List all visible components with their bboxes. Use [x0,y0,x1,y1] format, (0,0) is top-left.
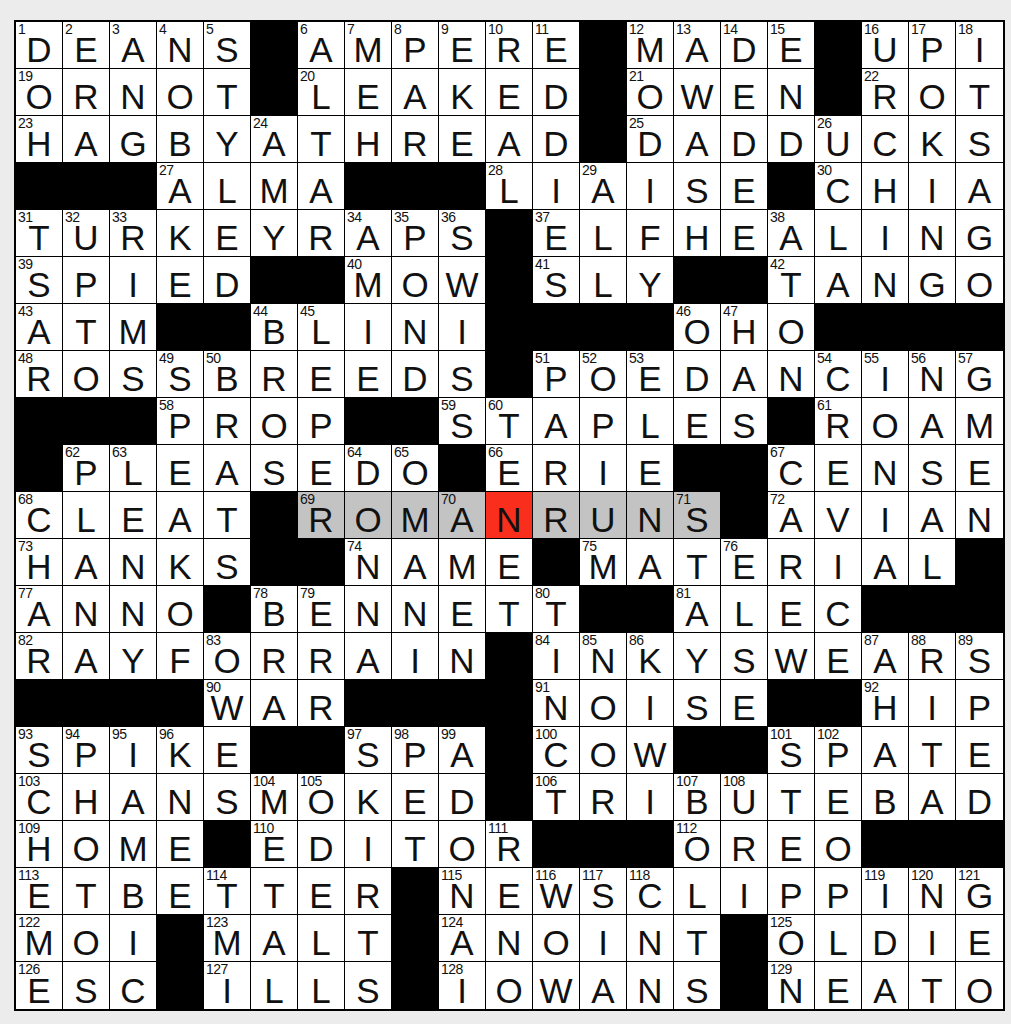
cell-r3c6[interactable]: 24A [251,116,298,163]
cell-r14c5[interactable]: 83O [204,633,251,680]
cell-r17c12[interactable]: 106T [533,774,580,821]
cell-r3c1[interactable]: 23H [16,116,63,163]
cell-r6c21[interactable]: O [956,257,1003,304]
cell-r16c10[interactable]: 99A [439,727,486,774]
cell-r12c8[interactable]: 74N [345,539,392,586]
cell-r3c20[interactable]: K [909,116,956,163]
cell-r8c4[interactable]: 49S [157,351,204,398]
cell-r21c21[interactable]: O [956,962,1003,1009]
cell-r14c3[interactable]: Y [110,633,157,680]
cell-r14c1[interactable]: 82R [16,633,63,680]
cell-r17c20[interactable]: A [909,774,956,821]
cell-r18c10[interactable]: O [439,821,486,868]
cell-r6c13[interactable]: L [580,257,627,304]
cell-r10c4[interactable]: E [157,445,204,492]
cell-r3c8[interactable]: H [345,116,392,163]
cell-r13c7[interactable]: 79E [298,586,345,633]
cell-r14c10[interactable]: N [439,633,486,680]
cell-r3c2[interactable]: A [63,116,110,163]
cell-r7c10[interactable]: I [439,304,486,351]
cell-r16c9[interactable]: 98P [392,727,439,774]
cell-r6c10[interactable]: W [439,257,486,304]
cell-r13c12[interactable]: 80T [533,586,580,633]
cell-r9c21[interactable]: M [956,398,1003,445]
cell-r9c16[interactable]: S [721,398,768,445]
cell-r20c20[interactable]: I [909,915,956,962]
cell-r21c6[interactable]: L [251,962,298,1009]
cell-r3c12[interactable]: D [533,116,580,163]
cell-r4c18[interactable]: 30C [815,163,862,210]
cell-r5c21[interactable]: G [956,210,1003,257]
cell-r9c6[interactable]: O [251,398,298,445]
cell-r5c3[interactable]: 33R [110,210,157,257]
cell-r10c14[interactable]: E [627,445,674,492]
cell-r19c4[interactable]: E [157,868,204,915]
cell-r12c10[interactable]: M [439,539,486,586]
cell-r19c8[interactable]: R [345,868,392,915]
cell-r5c12[interactable]: 37E [533,210,580,257]
cell-r6c17[interactable]: 42T [768,257,815,304]
cell-r12c18[interactable]: I [815,539,862,586]
cell-r9c18[interactable]: 61R [815,398,862,445]
cell-r12c20[interactable]: L [909,539,956,586]
cell-r3c19[interactable]: C [862,116,909,163]
cell-r6c5[interactable]: D [204,257,251,304]
cell-r17c4[interactable]: N [157,774,204,821]
cell-r9c19[interactable]: O [862,398,909,445]
cell-r3c4[interactable]: B [157,116,204,163]
cell-r18c3[interactable]: M [110,821,157,868]
cell-r21c5[interactable]: 127I [204,962,251,1009]
cell-r11c13[interactable]: U [580,492,627,539]
cell-r8c10[interactable]: S [439,351,486,398]
cell-r21c15[interactable]: S [674,962,721,1009]
cell-r10c20[interactable]: S [909,445,956,492]
cell-r10c12[interactable]: R [533,445,580,492]
cell-r4c7[interactable]: A [298,163,345,210]
cell-r4c11[interactable]: 28L [486,163,533,210]
cell-r2c16[interactable]: E [721,69,768,116]
cell-r15c12[interactable]: 91N [533,680,580,727]
cell-r11c3[interactable]: E [110,492,157,539]
cell-r4c5[interactable]: L [204,163,251,210]
cell-r7c17[interactable]: O [768,304,815,351]
cell-r15c19[interactable]: 92H [862,680,909,727]
cell-r17c16[interactable]: 108U [721,774,768,821]
cell-r20c19[interactable]: D [862,915,909,962]
cell-r3c5[interactable]: Y [204,116,251,163]
cell-r11c1[interactable]: 68C [16,492,63,539]
cell-r11c9[interactable]: M [392,492,439,539]
cell-r20c5[interactable]: 123M [204,915,251,962]
cell-r20c6[interactable]: A [251,915,298,962]
cell-r2c21[interactable]: T [956,69,1003,116]
cell-r18c8[interactable]: I [345,821,392,868]
cell-r14c21[interactable]: 89S [956,633,1003,680]
cell-r18c11[interactable]: 111R [486,821,533,868]
cell-r3c10[interactable]: E [439,116,486,163]
cell-r4c4[interactable]: 27A [157,163,204,210]
cell-r20c15[interactable]: T [674,915,721,962]
cell-r17c6[interactable]: 104M [251,774,298,821]
cell-r6c18[interactable]: A [815,257,862,304]
cell-r5c9[interactable]: 35P [392,210,439,257]
cell-r5c15[interactable]: H [674,210,721,257]
cell-r21c2[interactable]: S [63,962,110,1009]
cell-r5c20[interactable]: N [909,210,956,257]
cell-r1c8[interactable]: 7M [345,22,392,69]
cell-r15c13[interactable]: O [580,680,627,727]
cell-r17c21[interactable]: D [956,774,1003,821]
cell-r3c3[interactable]: G [110,116,157,163]
cell-r18c1[interactable]: 109H [16,821,63,868]
cell-r19c2[interactable]: T [63,868,110,915]
cell-r13c15[interactable]: 81A [674,586,721,633]
cell-r13c4[interactable]: O [157,586,204,633]
cell-r14c2[interactable]: A [63,633,110,680]
cell-r19c6[interactable]: T [251,868,298,915]
cell-r1c12[interactable]: 11E [533,22,580,69]
cell-r16c4[interactable]: 96K [157,727,204,774]
cell-r20c7[interactable]: L [298,915,345,962]
cell-r8c21[interactable]: 57G [956,351,1003,398]
cell-r8c12[interactable]: 51P [533,351,580,398]
cell-r17c17[interactable]: T [768,774,815,821]
cell-r1c1[interactable]: 1D [16,22,63,69]
cell-r4c19[interactable]: H [862,163,909,210]
cell-r20c8[interactable]: T [345,915,392,962]
cell-r5c19[interactable]: I [862,210,909,257]
cell-r13c18[interactable]: C [815,586,862,633]
cell-r2c9[interactable]: A [392,69,439,116]
cell-r18c9[interactable]: T [392,821,439,868]
cell-r14c16[interactable]: S [721,633,768,680]
cell-r21c1[interactable]: 126E [16,962,63,1009]
cell-r10c13[interactable]: I [580,445,627,492]
cell-r19c16[interactable]: I [721,868,768,915]
cell-r8c1[interactable]: 48R [16,351,63,398]
cell-r15c14[interactable]: I [627,680,674,727]
cell-r2c3[interactable]: N [110,69,157,116]
cell-r17c1[interactable]: 103C [16,774,63,821]
cell-r1c7[interactable]: 6A [298,22,345,69]
cell-r14c20[interactable]: 88R [909,633,956,680]
cell-r8c19[interactable]: 55I [862,351,909,398]
cell-r2c8[interactable]: E [345,69,392,116]
cell-r21c13[interactable]: A [580,962,627,1009]
cell-r10c19[interactable]: N [862,445,909,492]
cell-r1c21[interactable]: 18I [956,22,1003,69]
cell-r17c9[interactable]: E [392,774,439,821]
cell-r16c14[interactable]: W [627,727,674,774]
cell-r10c17[interactable]: 67C [768,445,815,492]
cell-r14c12[interactable]: 84I [533,633,580,680]
cell-r21c20[interactable]: T [909,962,956,1009]
cell-r14c4[interactable]: F [157,633,204,680]
cell-r13c17[interactable]: E [768,586,815,633]
cell-r21c3[interactable]: C [110,962,157,1009]
cell-r11c11[interactable]: N [486,492,533,539]
cell-r13c16[interactable]: L [721,586,768,633]
cell-r5c13[interactable]: L [580,210,627,257]
cell-r1c16[interactable]: 14D [721,22,768,69]
cell-r11c17[interactable]: 72A [768,492,815,539]
cell-r11c2[interactable]: L [63,492,110,539]
cell-r19c14[interactable]: 118C [627,868,674,915]
cell-r20c2[interactable]: O [63,915,110,962]
cell-r19c19[interactable]: 119I [862,868,909,915]
cell-r16c21[interactable]: E [956,727,1003,774]
cell-r18c7[interactable]: D [298,821,345,868]
cell-r19c1[interactable]: 113E [16,868,63,915]
cell-r8c5[interactable]: 50B [204,351,251,398]
cell-r15c6[interactable]: A [251,680,298,727]
cell-r20c12[interactable]: O [533,915,580,962]
cell-r6c8[interactable]: 40M [345,257,392,304]
cell-r20c11[interactable]: N [486,915,533,962]
cell-r11c7[interactable]: 69R [298,492,345,539]
cell-r16c5[interactable]: E [204,727,251,774]
cell-r10c5[interactable]: A [204,445,251,492]
cell-r10c9[interactable]: 65O [392,445,439,492]
cell-r1c4[interactable]: 4N [157,22,204,69]
cell-r3c16[interactable]: D [721,116,768,163]
cell-r2c12[interactable]: D [533,69,580,116]
cell-r2c1[interactable]: 19O [16,69,63,116]
cell-r12c17[interactable]: R [768,539,815,586]
cell-r15c16[interactable]: E [721,680,768,727]
cell-r5c6[interactable]: Y [251,210,298,257]
cell-r2c15[interactable]: W [674,69,721,116]
cell-r16c3[interactable]: 95I [110,727,157,774]
cell-r9c15[interactable]: E [674,398,721,445]
cell-r11c21[interactable]: N [956,492,1003,539]
cell-r8c17[interactable]: N [768,351,815,398]
cell-r1c14[interactable]: 12M [627,22,674,69]
cell-r1c3[interactable]: 3A [110,22,157,69]
cell-r17c5[interactable]: S [204,774,251,821]
cell-r11c20[interactable]: A [909,492,956,539]
cell-r18c4[interactable]: E [157,821,204,868]
cell-r11c15[interactable]: 71S [674,492,721,539]
cell-r10c7[interactable]: E [298,445,345,492]
cell-r20c18[interactable]: L [815,915,862,962]
cell-r5c2[interactable]: 32U [63,210,110,257]
cell-r12c3[interactable]: N [110,539,157,586]
cell-r16c2[interactable]: 94P [63,727,110,774]
cell-r3c17[interactable]: D [768,116,815,163]
cell-r14c18[interactable]: E [815,633,862,680]
cell-r18c15[interactable]: 112O [674,821,721,868]
cell-r19c5[interactable]: 114T [204,868,251,915]
cell-r21c10[interactable]: 128I [439,962,486,1009]
cell-r3c21[interactable]: S [956,116,1003,163]
cell-r8c8[interactable]: E [345,351,392,398]
cell-r2c11[interactable]: E [486,69,533,116]
cell-r12c2[interactable]: A [63,539,110,586]
cell-r10c8[interactable]: 64D [345,445,392,492]
cell-r2c4[interactable]: O [157,69,204,116]
cell-r8c7[interactable]: E [298,351,345,398]
cell-r21c18[interactable]: E [815,962,862,1009]
cell-r9c13[interactable]: P [580,398,627,445]
cell-r13c1[interactable]: 77A [16,586,63,633]
cell-r8c16[interactable]: A [721,351,768,398]
cell-r16c8[interactable]: 97S [345,727,392,774]
cell-r6c9[interactable]: O [392,257,439,304]
cell-r6c3[interactable]: I [110,257,157,304]
cell-r18c17[interactable]: E [768,821,815,868]
cell-r15c21[interactable]: P [956,680,1003,727]
cell-r8c3[interactable]: S [110,351,157,398]
cell-r11c19[interactable]: I [862,492,909,539]
cell-r19c3[interactable]: B [110,868,157,915]
cell-r8c13[interactable]: 52O [580,351,627,398]
cell-r19c12[interactable]: 116W [533,868,580,915]
cell-r3c15[interactable]: A [674,116,721,163]
cell-r19c11[interactable]: E [486,868,533,915]
cell-r11c5[interactable]: T [204,492,251,539]
cell-r20c13[interactable]: I [580,915,627,962]
cell-r8c6[interactable]: R [251,351,298,398]
cell-r13c8[interactable]: N [345,586,392,633]
cell-r16c18[interactable]: 102P [815,727,862,774]
cell-r10c3[interactable]: 63L [110,445,157,492]
cell-r7c3[interactable]: M [110,304,157,351]
cell-r11c8[interactable]: O [345,492,392,539]
cell-r18c2[interactable]: O [63,821,110,868]
cell-r14c8[interactable]: A [345,633,392,680]
cell-r13c9[interactable]: N [392,586,439,633]
cell-r9c4[interactable]: 58P [157,398,204,445]
cell-r13c10[interactable]: E [439,586,486,633]
cell-r9c12[interactable]: A [533,398,580,445]
cell-r8c2[interactable]: O [63,351,110,398]
cell-r2c20[interactable]: O [909,69,956,116]
cell-r3c18[interactable]: 26U [815,116,862,163]
cell-r4c15[interactable]: S [674,163,721,210]
cell-r14c15[interactable]: Y [674,633,721,680]
cell-r4c6[interactable]: M [251,163,298,210]
cell-r8c9[interactable]: D [392,351,439,398]
cell-r2c5[interactable]: T [204,69,251,116]
cell-r15c7[interactable]: R [298,680,345,727]
cell-r1c2[interactable]: 2E [63,22,110,69]
cell-r4c20[interactable]: I [909,163,956,210]
cell-r5c18[interactable]: L [815,210,862,257]
cell-r1c20[interactable]: 17P [909,22,956,69]
cell-r2c10[interactable]: K [439,69,486,116]
cell-r17c15[interactable]: 107B [674,774,721,821]
cell-r19c7[interactable]: E [298,868,345,915]
cell-r8c15[interactable]: D [674,351,721,398]
cell-r7c6[interactable]: 44B [251,304,298,351]
cell-r13c3[interactable]: N [110,586,157,633]
cell-r7c2[interactable]: T [63,304,110,351]
cell-r6c12[interactable]: 41S [533,257,580,304]
cell-r10c11[interactable]: 66E [486,445,533,492]
cell-r17c14[interactable]: I [627,774,674,821]
cell-r12c13[interactable]: 75M [580,539,627,586]
cell-r17c8[interactable]: K [345,774,392,821]
cell-r5c1[interactable]: 31T [16,210,63,257]
cell-r14c13[interactable]: 85N [580,633,627,680]
cell-r21c14[interactable]: N [627,962,674,1009]
cell-r2c7[interactable]: 20L [298,69,345,116]
cell-r1c19[interactable]: 16U [862,22,909,69]
cell-r20c14[interactable]: N [627,915,674,962]
cell-r10c21[interactable]: E [956,445,1003,492]
cell-r12c1[interactable]: 73H [16,539,63,586]
cell-r5c14[interactable]: F [627,210,674,257]
cell-r14c7[interactable]: R [298,633,345,680]
cell-r17c19[interactable]: B [862,774,909,821]
cell-r5c7[interactable]: R [298,210,345,257]
cell-r13c2[interactable]: N [63,586,110,633]
cell-r11c4[interactable]: A [157,492,204,539]
cell-r1c15[interactable]: 13A [674,22,721,69]
cell-r11c12[interactable]: R [533,492,580,539]
cell-r15c20[interactable]: I [909,680,956,727]
cell-r16c1[interactable]: 93S [16,727,63,774]
cell-r9c11[interactable]: 60T [486,398,533,445]
cell-r12c19[interactable]: A [862,539,909,586]
cell-r9c14[interactable]: L [627,398,674,445]
cell-r21c7[interactable]: L [298,962,345,1009]
cell-r19c18[interactable]: P [815,868,862,915]
cell-r6c14[interactable]: Y [627,257,674,304]
cell-r5c16[interactable]: E [721,210,768,257]
cell-r19c20[interactable]: 120N [909,868,956,915]
cell-r7c8[interactable]: I [345,304,392,351]
cell-r20c3[interactable]: I [110,915,157,962]
cell-r17c13[interactable]: R [580,774,627,821]
cell-r13c6[interactable]: 78B [251,586,298,633]
cell-r5c8[interactable]: 34A [345,210,392,257]
cell-r4c16[interactable]: E [721,163,768,210]
cell-r21c11[interactable]: O [486,962,533,1009]
cell-r20c1[interactable]: 122M [16,915,63,962]
cell-r21c17[interactable]: 129N [768,962,815,1009]
cell-r11c14[interactable]: N [627,492,674,539]
cell-r9c5[interactable]: R [204,398,251,445]
cell-r7c16[interactable]: 47H [721,304,768,351]
cell-r19c15[interactable]: L [674,868,721,915]
cell-r1c5[interactable]: 5S [204,22,251,69]
cell-r17c10[interactable]: D [439,774,486,821]
cell-r3c11[interactable]: A [486,116,533,163]
cell-r3c14[interactable]: 25D [627,116,674,163]
cell-r17c18[interactable]: E [815,774,862,821]
cell-r15c15[interactable]: S [674,680,721,727]
cell-r10c2[interactable]: 62P [63,445,110,492]
cell-r3c9[interactable]: R [392,116,439,163]
cell-r21c19[interactable]: A [862,962,909,1009]
cell-r16c19[interactable]: A [862,727,909,774]
cell-r7c7[interactable]: 45L [298,304,345,351]
cell-r18c6[interactable]: 110E [251,821,298,868]
cell-r15c5[interactable]: 90W [204,680,251,727]
cell-r16c12[interactable]: 100C [533,727,580,774]
cell-r2c14[interactable]: 21O [627,69,674,116]
cell-r6c1[interactable]: 39S [16,257,63,304]
cell-r4c14[interactable]: I [627,163,674,210]
cell-r11c18[interactable]: V [815,492,862,539]
cell-r5c10[interactable]: 36S [439,210,486,257]
cell-r7c9[interactable]: N [392,304,439,351]
cell-r10c6[interactable]: S [251,445,298,492]
cell-r12c4[interactable]: K [157,539,204,586]
